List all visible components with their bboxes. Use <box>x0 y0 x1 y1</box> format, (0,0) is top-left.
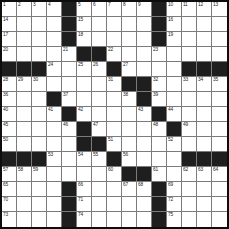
block-r5c1 <box>2 62 17 77</box>
cell-r13c4[interactable] <box>47 182 62 197</box>
clue-number: 17 <box>3 32 8 38</box>
cell-r12c6[interactable] <box>77 167 92 182</box>
cell-r4c4[interactable] <box>47 47 62 62</box>
cell-r7c12[interactable] <box>167 92 182 107</box>
cell-r5c9[interactable]: 27 <box>122 62 137 77</box>
cell-r8c4[interactable]: 41 <box>47 107 62 122</box>
clue-number: 53 <box>48 152 53 158</box>
clue-number: 27 <box>123 62 128 68</box>
clue-number: 42 <box>78 107 83 113</box>
cell-r10c14[interactable] <box>197 137 212 152</box>
clue-number: 30 <box>33 77 38 83</box>
cell-r4c15[interactable] <box>212 47 227 62</box>
cell-r11c5[interactable] <box>62 152 77 167</box>
block-r1c5 <box>62 2 77 17</box>
cell-r14c3[interactable] <box>32 197 47 212</box>
cell-r8c10[interactable]: 43 <box>137 107 152 122</box>
cell-r9c5[interactable]: 46 <box>62 122 77 137</box>
cell-r4c9[interactable] <box>122 47 137 62</box>
crossword-grid: 1234567891011121314151617181920212223242… <box>0 0 229 229</box>
cell-r3c1[interactable]: 17 <box>2 32 17 47</box>
clue-number: 63 <box>198 167 203 173</box>
cell-r8c7[interactable] <box>92 107 107 122</box>
cell-r4c11[interactable]: 23 <box>152 47 167 62</box>
cell-r13c7[interactable] <box>92 182 107 197</box>
cell-r9c13[interactable]: 49 <box>182 122 197 137</box>
cell-r13c6[interactable]: 66 <box>77 182 92 197</box>
clue-number: 71 <box>78 197 83 203</box>
cell-r2c4[interactable] <box>47 17 62 32</box>
block-r6c9 <box>122 77 137 92</box>
cell-r4c1[interactable]: 20 <box>2 47 17 62</box>
cell-r15c8[interactable] <box>107 212 122 227</box>
cell-r12c3[interactable]: 59 <box>32 167 47 182</box>
cell-r1c14[interactable]: 12 <box>197 2 212 17</box>
cell-r3c3[interactable] <box>32 32 47 47</box>
cell-r10c1[interactable]: 50 <box>2 137 17 152</box>
cell-r5c12[interactable] <box>167 62 182 77</box>
cell-r7c2[interactable] <box>17 92 32 107</box>
cell-r3c10[interactable] <box>137 32 152 47</box>
cell-r9c10[interactable] <box>137 122 152 137</box>
cell-r15c9[interactable] <box>122 212 137 227</box>
cell-r14c15[interactable] <box>212 197 227 212</box>
cell-r10c15[interactable] <box>212 137 227 152</box>
cell-r7c3[interactable] <box>32 92 47 107</box>
block-r15c5 <box>62 212 77 227</box>
block-r5c13 <box>182 62 197 77</box>
block-r13c5 <box>62 182 77 197</box>
cell-r14c12[interactable]: 72 <box>167 197 182 212</box>
cell-r15c4[interactable] <box>47 212 62 227</box>
clue-number: 49 <box>183 122 188 128</box>
clue-number: 50 <box>3 137 8 143</box>
cell-r10c4[interactable] <box>47 137 62 152</box>
clue-number: 73 <box>3 212 8 218</box>
cell-r13c2[interactable] <box>17 182 32 197</box>
cell-r9c15[interactable] <box>212 122 227 137</box>
cell-r14c2[interactable] <box>17 197 32 212</box>
cell-r1c8[interactable]: 7 <box>107 2 122 17</box>
cell-r6c1[interactable]: 28 <box>2 77 17 92</box>
clue-number: 75 <box>168 212 173 218</box>
cell-r11c6[interactable]: 54 <box>77 152 92 167</box>
cell-r12c15[interactable]: 64 <box>212 167 227 182</box>
cell-r10c9[interactable] <box>122 137 137 152</box>
block-r8c5 <box>62 107 77 122</box>
cell-r1c7[interactable]: 6 <box>92 2 107 17</box>
clue-number: 70 <box>3 197 8 203</box>
cell-r1c6[interactable]: 5 <box>77 2 92 17</box>
block-r11c14 <box>197 152 212 167</box>
cell-r11c4[interactable]: 53 <box>47 152 62 167</box>
cell-r2c9[interactable] <box>122 17 137 32</box>
cell-r7c13[interactable] <box>182 92 197 107</box>
cell-r6c14[interactable]: 34 <box>197 77 212 92</box>
clue-number: 35 <box>213 77 218 83</box>
cell-r10c11[interactable] <box>152 137 167 152</box>
cell-r3c12[interactable]: 19 <box>167 32 182 47</box>
cell-r12c13[interactable]: 62 <box>182 167 197 182</box>
cell-r2c3[interactable] <box>32 17 47 32</box>
block-r5c3 <box>32 62 47 77</box>
cell-r14c7[interactable] <box>92 197 107 212</box>
cell-r6c7[interactable] <box>92 77 107 92</box>
cell-r2c7[interactable] <box>92 17 107 32</box>
cell-r13c9[interactable]: 67 <box>122 182 137 197</box>
cell-r15c3[interactable] <box>32 212 47 227</box>
cell-r4c3[interactable] <box>32 47 47 62</box>
block-r5c15 <box>212 62 227 77</box>
clue-number: 52 <box>168 137 173 143</box>
cell-r3c8[interactable] <box>107 32 122 47</box>
cell-r1c1[interactable]: 1 <box>2 2 17 17</box>
cell-r2c8[interactable] <box>107 17 122 32</box>
clue-number: 44 <box>168 107 173 113</box>
cell-r3c13[interactable] <box>182 32 197 47</box>
clue-number: 47 <box>93 122 98 128</box>
clue-number: 67 <box>123 182 128 188</box>
cell-r10c3[interactable] <box>32 137 47 152</box>
cell-r11c11[interactable] <box>152 152 167 167</box>
clue-number: 18 <box>78 32 83 38</box>
cell-r8c9[interactable] <box>122 107 137 122</box>
cell-r1c13[interactable]: 11 <box>182 2 197 17</box>
clue-number: 10 <box>168 2 173 8</box>
block-r1c11 <box>152 2 167 17</box>
clue-number: 23 <box>153 47 158 53</box>
clue-number: 26 <box>93 62 98 68</box>
cell-r12c1[interactable]: 57 <box>2 167 17 182</box>
clue-number: 13 <box>213 2 218 8</box>
cell-r14c6[interactable]: 71 <box>77 197 92 212</box>
clue-number: 16 <box>168 17 173 23</box>
cell-r12c5[interactable] <box>62 167 77 182</box>
cell-r1c3[interactable]: 3 <box>32 2 47 17</box>
cell-r10c8[interactable]: 51 <box>107 137 122 152</box>
block-r12c9 <box>122 167 137 182</box>
cell-r6c5[interactable] <box>62 77 77 92</box>
cell-r9c9[interactable] <box>122 122 137 137</box>
clue-number: 33 <box>183 77 188 83</box>
cell-r10c12[interactable]: 52 <box>167 137 182 152</box>
clue-number: 3 <box>33 2 35 8</box>
clue-number: 21 <box>63 47 68 53</box>
clue-number: 68 <box>138 182 143 188</box>
cell-r9c7[interactable]: 47 <box>92 122 107 137</box>
cell-r9c2[interactable] <box>17 122 32 137</box>
cell-r6c11[interactable]: 32 <box>152 77 167 92</box>
cell-r5c10[interactable] <box>137 62 152 77</box>
cell-r4c2[interactable] <box>17 47 32 62</box>
cell-r4c5[interactable]: 21 <box>62 47 77 62</box>
clue-number: 15 <box>78 17 83 23</box>
cell-r15c6[interactable]: 74 <box>77 212 92 227</box>
cell-r15c2[interactable] <box>17 212 32 227</box>
cell-r12c14[interactable]: 63 <box>197 167 212 182</box>
clue-number: 37 <box>63 92 68 98</box>
cell-r12c4[interactable] <box>47 167 62 182</box>
cell-r11c10[interactable] <box>137 152 152 167</box>
cell-r10c13[interactable] <box>182 137 197 152</box>
cell-r8c15[interactable] <box>212 107 227 122</box>
clue-number: 29 <box>18 77 23 83</box>
clue-number: 59 <box>33 167 38 173</box>
cell-r11c7[interactable]: 55 <box>92 152 107 167</box>
block-r15c11 <box>152 212 167 227</box>
cell-r5c6[interactable]: 25 <box>77 62 92 77</box>
cell-r12c12[interactable] <box>167 167 182 182</box>
cell-r3c2[interactable] <box>17 32 32 47</box>
cell-r15c15[interactable] <box>212 212 227 227</box>
clue-number: 25 <box>78 62 83 68</box>
block-r8c11 <box>152 107 167 122</box>
clue-number: 34 <box>198 77 203 83</box>
cell-r7c8[interactable] <box>107 92 122 107</box>
clue-number: 4 <box>48 2 50 8</box>
block-r14c11 <box>152 197 167 212</box>
clue-number: 7 <box>108 2 110 8</box>
block-r13c11 <box>152 182 167 197</box>
cell-r12c8[interactable]: 60 <box>107 167 122 182</box>
cell-r13c3[interactable] <box>32 182 47 197</box>
cell-r2c15[interactable] <box>212 17 227 32</box>
block-r11c3 <box>32 152 47 167</box>
cell-r9c1[interactable]: 45 <box>2 122 17 137</box>
cell-r6c3[interactable]: 30 <box>32 77 47 92</box>
cell-r7c5[interactable]: 37 <box>62 92 77 107</box>
block-r11c15 <box>212 152 227 167</box>
cell-r10c10[interactable] <box>137 137 152 152</box>
block-r11c8 <box>107 152 122 167</box>
block-r6c10 <box>137 77 152 92</box>
cell-r14c10[interactable] <box>137 197 152 212</box>
cell-r9c14[interactable] <box>197 122 212 137</box>
cell-r12c11[interactable]: 61 <box>152 167 167 182</box>
block-r4c6 <box>77 47 92 62</box>
cell-r3c6[interactable]: 18 <box>77 32 92 47</box>
cell-r1c9[interactable]: 8 <box>122 2 137 17</box>
cell-r8c2[interactable] <box>17 107 32 122</box>
clue-number: 55 <box>93 152 98 158</box>
cell-r3c7[interactable] <box>92 32 107 47</box>
cell-r14c4[interactable] <box>47 197 62 212</box>
block-r11c1 <box>2 152 17 167</box>
cell-r6c2[interactable]: 29 <box>17 77 32 92</box>
clue-number: 45 <box>3 122 8 128</box>
cell-r13c1[interactable]: 65 <box>2 182 17 197</box>
cell-r2c2[interactable] <box>17 17 32 32</box>
cell-r11c12[interactable] <box>167 152 182 167</box>
block-r12c10 <box>137 167 152 182</box>
cell-r15c1[interactable]: 73 <box>2 212 17 227</box>
cell-r13c14[interactable] <box>197 182 212 197</box>
clue-number: 48 <box>153 122 158 128</box>
cell-r8c13[interactable] <box>182 107 197 122</box>
cell-r13c13[interactable] <box>182 182 197 197</box>
clue-number: 69 <box>168 182 173 188</box>
clue-number: 12 <box>198 2 203 8</box>
cell-r14c13[interactable] <box>182 197 197 212</box>
clue-number: 6 <box>93 2 95 8</box>
cell-r15c7[interactable] <box>92 212 107 227</box>
block-r10c6 <box>77 137 92 152</box>
cell-r7c6[interactable] <box>77 92 92 107</box>
block-r4c7 <box>92 47 107 62</box>
clue-number: 46 <box>63 122 68 128</box>
clue-number: 5 <box>78 2 80 8</box>
clue-number: 19 <box>168 32 173 38</box>
block-r3c11 <box>152 32 167 47</box>
clue-number: 72 <box>168 197 173 203</box>
cell-r6c15[interactable]: 35 <box>212 77 227 92</box>
clue-number: 36 <box>3 92 8 98</box>
cell-r13c8[interactable] <box>107 182 122 197</box>
clue-number: 38 <box>123 92 128 98</box>
clue-number: 11 <box>183 2 188 8</box>
clue-number: 58 <box>18 167 23 173</box>
cell-r4c10[interactable] <box>137 47 152 62</box>
cell-r7c14[interactable] <box>197 92 212 107</box>
cell-r2c1[interactable]: 14 <box>2 17 17 32</box>
clue-number: 74 <box>78 212 83 218</box>
clue-number: 66 <box>78 182 83 188</box>
cell-r5c5[interactable] <box>62 62 77 77</box>
cell-r13c10[interactable]: 68 <box>137 182 152 197</box>
clue-number: 8 <box>123 2 125 8</box>
cell-r2c13[interactable] <box>182 17 197 32</box>
block-r2c11 <box>152 17 167 32</box>
cell-r8c3[interactable] <box>32 107 47 122</box>
cell-r4c8[interactable]: 22 <box>107 47 122 62</box>
cell-r8c14[interactable] <box>197 107 212 122</box>
clue-number: 39 <box>153 92 158 98</box>
cell-r2c10[interactable] <box>137 17 152 32</box>
cell-r3c9[interactable] <box>122 32 137 47</box>
clue-number: 40 <box>3 107 8 113</box>
cell-r2c14[interactable] <box>197 17 212 32</box>
cell-r5c4[interactable]: 24 <box>47 62 62 77</box>
cell-r12c7[interactable] <box>92 167 107 182</box>
cell-r11c9[interactable]: 56 <box>122 152 137 167</box>
cell-r10c5[interactable] <box>62 137 77 152</box>
cell-r8c12[interactable]: 44 <box>167 107 182 122</box>
clue-number: 65 <box>3 182 8 188</box>
cell-r1c2[interactable]: 2 <box>17 2 32 17</box>
cell-r9c4[interactable] <box>47 122 62 137</box>
block-r9c12 <box>167 122 182 137</box>
block-r5c2 <box>17 62 32 77</box>
block-r7c10 <box>137 92 152 107</box>
clue-number: 20 <box>3 47 8 53</box>
block-r14c5 <box>62 197 77 212</box>
cell-r7c15[interactable] <box>212 92 227 107</box>
cell-r14c8[interactable] <box>107 197 122 212</box>
cell-r6c8[interactable]: 31 <box>107 77 122 92</box>
cell-r7c7[interactable] <box>92 92 107 107</box>
cell-r5c7[interactable]: 26 <box>92 62 107 77</box>
clue-number: 1 <box>3 2 5 8</box>
cell-r1c4[interactable]: 4 <box>47 2 62 17</box>
clue-number: 24 <box>48 62 53 68</box>
cell-r10c2[interactable] <box>17 137 32 152</box>
cell-r6c6[interactable] <box>77 77 92 92</box>
clue-number: 64 <box>213 167 218 173</box>
block-r11c13 <box>182 152 197 167</box>
cell-r1c15[interactable]: 13 <box>212 2 227 17</box>
cell-r14c1[interactable]: 70 <box>2 197 17 212</box>
clue-number: 9 <box>138 2 140 8</box>
cell-r9c11[interactable]: 48 <box>152 122 167 137</box>
cell-r8c6[interactable]: 42 <box>77 107 92 122</box>
clue-number: 62 <box>183 167 188 173</box>
cell-r7c9[interactable]: 38 <box>122 92 137 107</box>
cell-r6c4[interactable] <box>47 77 62 92</box>
block-r10c7 <box>92 137 107 152</box>
cell-r9c3[interactable] <box>32 122 47 137</box>
cell-r1c10[interactable]: 9 <box>137 2 152 17</box>
cell-r4c12[interactable] <box>167 47 182 62</box>
cell-r2c12[interactable]: 16 <box>167 17 182 32</box>
clue-number: 2 <box>18 2 20 8</box>
clue-number: 56 <box>123 152 128 158</box>
cell-r6c12[interactable] <box>167 77 182 92</box>
cell-r6c13[interactable]: 33 <box>182 77 197 92</box>
cell-r13c15[interactable] <box>212 182 227 197</box>
block-r5c8 <box>107 62 122 77</box>
cell-r3c4[interactable] <box>47 32 62 47</box>
cell-r3c15[interactable] <box>212 32 227 47</box>
cell-r13c12[interactable]: 69 <box>167 182 182 197</box>
block-r9c6 <box>77 122 92 137</box>
block-r7c4 <box>47 92 62 107</box>
cell-r9c8[interactable] <box>107 122 122 137</box>
clue-number: 43 <box>138 107 143 113</box>
cell-r4c13[interactable] <box>182 47 197 62</box>
clue-number: 28 <box>3 77 8 83</box>
cell-r4c14[interactable] <box>197 47 212 62</box>
clue-number: 41 <box>48 107 53 113</box>
cell-r8c8[interactable] <box>107 107 122 122</box>
block-r2c5 <box>62 17 77 32</box>
clue-number: 61 <box>153 167 158 173</box>
clue-number: 51 <box>108 137 113 143</box>
cell-r7c1[interactable]: 36 <box>2 92 17 107</box>
block-r3c5 <box>62 32 77 47</box>
clue-number: 22 <box>108 47 113 53</box>
cell-r15c12[interactable]: 75 <box>167 212 182 227</box>
cell-r5c11[interactable] <box>152 62 167 77</box>
cell-r15c14[interactable] <box>197 212 212 227</box>
cell-r2c6[interactable]: 15 <box>77 17 92 32</box>
clue-number: 31 <box>108 77 113 83</box>
clue-number: 57 <box>3 167 8 173</box>
clue-number: 14 <box>3 17 8 23</box>
block-r5c14 <box>197 62 212 77</box>
cell-r8c1[interactable]: 40 <box>2 107 17 122</box>
cell-r14c9[interactable] <box>122 197 137 212</box>
cell-r14c14[interactable] <box>197 197 212 212</box>
cell-r12c2[interactable]: 58 <box>17 167 32 182</box>
cell-r3c14[interactable] <box>197 32 212 47</box>
clue-number: 60 <box>108 167 113 173</box>
cell-r1c12[interactable]: 10 <box>167 2 182 17</box>
cell-r15c10[interactable] <box>137 212 152 227</box>
cell-r7c11[interactable]: 39 <box>152 92 167 107</box>
clue-number: 54 <box>78 152 83 158</box>
clue-number: 32 <box>153 77 158 83</box>
cell-r15c13[interactable] <box>182 212 197 227</box>
